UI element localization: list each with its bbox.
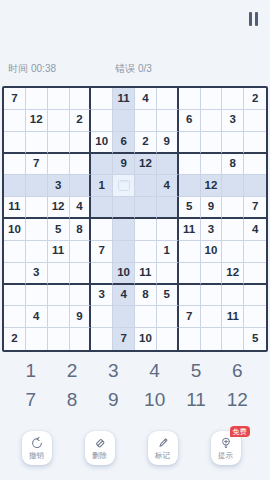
cell-r12c4[interactable]: [70, 328, 92, 350]
cell-r2c1[interactable]: [4, 110, 26, 132]
cell-r9c4[interactable]: [70, 263, 92, 285]
cell-r11c3[interactable]: [48, 306, 70, 328]
cell-r6c6[interactable]: [113, 197, 135, 219]
cell-r9c7[interactable]: 11: [135, 263, 157, 285]
cell-r7c1[interactable]: 10: [4, 219, 26, 241]
cell-r8c3[interactable]: 11: [48, 241, 70, 263]
numpad-2[interactable]: 2: [67, 360, 78, 382]
cell-r7c5[interactable]: [91, 219, 113, 241]
cell-r1c8[interactable]: [157, 88, 179, 110]
cell-r12c1[interactable]: 2: [4, 328, 26, 350]
cell-r3c2[interactable]: [26, 132, 48, 154]
cell-r7c10[interactable]: 3: [201, 219, 223, 241]
numpad-10[interactable]: 10: [144, 389, 165, 411]
cell-r11c7[interactable]: [135, 306, 157, 328]
cell-r11c10[interactable]: [201, 306, 223, 328]
cell-r1c2[interactable]: [26, 88, 48, 110]
cell-r1c5[interactable]: [91, 88, 113, 110]
cell-r7c7[interactable]: [135, 219, 157, 241]
cell-r10c2[interactable]: [26, 285, 48, 307]
cell-r11c2[interactable]: 4: [26, 306, 48, 328]
cell-r8c8[interactable]: 1: [157, 241, 179, 263]
cell-r1c6[interactable]: 11: [113, 88, 135, 110]
cell-r8c2[interactable]: [26, 241, 48, 263]
cell-r6c10[interactable]: 9: [201, 197, 223, 219]
cell-r2c4[interactable]: 2: [70, 110, 92, 132]
cell-r9c5[interactable]: [91, 263, 113, 285]
numpad-3[interactable]: 3: [108, 360, 119, 382]
cell-r3c6[interactable]: 6: [113, 132, 135, 154]
cell-r10c5[interactable]: 3: [91, 285, 113, 307]
cell-r10c4[interactable]: [70, 285, 92, 307]
toolbar-slot-hint: 提示 免费: [194, 431, 257, 465]
cell-r4c12[interactable]: [244, 154, 266, 176]
cell-r10c8[interactable]: 5: [157, 285, 179, 307]
undo-label: 撤销: [29, 451, 44, 461]
cell-r5c12[interactable]: [244, 175, 266, 197]
cell-r3c12[interactable]: [244, 132, 266, 154]
cell-r1c12[interactable]: 2: [244, 88, 266, 110]
cell-r5c2[interactable]: [26, 175, 48, 197]
cell-r7c12[interactable]: 4: [244, 219, 266, 241]
cell-r8c5[interactable]: 7: [91, 241, 113, 263]
cell-r12c8[interactable]: [157, 328, 179, 350]
cell-r9c1[interactable]: [4, 263, 26, 285]
cell-r11c6[interactable]: [113, 306, 135, 328]
pause-icon-bar2: [255, 12, 258, 26]
cell-r6c8[interactable]: [157, 197, 179, 219]
cell-r9c11[interactable]: 12: [222, 263, 244, 285]
cell-r1c7[interactable]: 4: [135, 88, 157, 110]
cell-r4c9[interactable]: [179, 154, 201, 176]
cell-r7c3[interactable]: 5: [48, 219, 70, 241]
numpad-12[interactable]: 12: [227, 389, 248, 411]
cell-r9c6[interactable]: 10: [113, 263, 135, 285]
cell-r3c4[interactable]: [70, 132, 92, 154]
cell-r1c4[interactable]: [70, 88, 92, 110]
cell-r12c5[interactable]: [91, 328, 113, 350]
cell-r7c6[interactable]: [113, 219, 135, 241]
cell-r3c8[interactable]: 9: [157, 132, 179, 154]
cell-r10c1[interactable]: [4, 285, 26, 307]
cell-r12c12[interactable]: 5: [244, 328, 266, 350]
cell-r5c1[interactable]: [4, 175, 26, 197]
numpad-4[interactable]: 4: [149, 360, 160, 382]
sudoku-app: 时间00:38 错误0/3 71142122631062979128314121…: [0, 0, 270, 480]
numpad-row-2: 789101112: [0, 385, 270, 414]
number-pad: 123456789101112: [0, 356, 270, 414]
cell-r7c2[interactable]: [26, 219, 48, 241]
cell-r6c1[interactable]: 11: [4, 197, 26, 219]
cell-r11c1[interactable]: [4, 306, 26, 328]
cell-r5c6[interactable]: [113, 175, 135, 197]
cell-r4c4[interactable]: [70, 154, 92, 176]
cell-r11c4[interactable]: 9: [70, 306, 92, 328]
cell-r3c11[interactable]: [222, 132, 244, 154]
hint-button[interactable]: 提示 免费: [211, 431, 241, 465]
cell-r2c3[interactable]: [48, 110, 70, 132]
lightbulb-icon: [219, 436, 233, 450]
cell-r4c2[interactable]: 7: [26, 154, 48, 176]
mistakes-value: 0/3: [138, 63, 152, 74]
cell-r4c5[interactable]: [91, 154, 113, 176]
cell-r8c11[interactable]: [222, 241, 244, 263]
cell-r2c6[interactable]: [113, 110, 135, 132]
cell-r2c2[interactable]: 12: [26, 110, 48, 132]
cell-r6c7[interactable]: [135, 197, 157, 219]
numpad-7[interactable]: 7: [25, 389, 36, 411]
cell-r3c3[interactable]: [48, 132, 70, 154]
cell-r10c3[interactable]: [48, 285, 70, 307]
cell-r4c11[interactable]: 8: [222, 154, 244, 176]
numpad-9[interactable]: 9: [108, 389, 119, 411]
cell-r1c11[interactable]: [222, 88, 244, 110]
cell-r2c11[interactable]: 3: [222, 110, 244, 132]
toolbar-slot-undo: 撤销: [5, 431, 68, 465]
cell-r7c4[interactable]: 8: [70, 219, 92, 241]
cell-r7c9[interactable]: 11: [179, 219, 201, 241]
time-value: 00:38: [31, 63, 56, 74]
erase-button[interactable]: 删除: [85, 431, 115, 465]
cell-r12c10[interactable]: [201, 328, 223, 350]
cell-r9c10[interactable]: [201, 263, 223, 285]
cell-r2c12[interactable]: [244, 110, 266, 132]
erase-label: 删除: [92, 451, 107, 461]
cell-r8c6[interactable]: [113, 241, 135, 263]
cell-r10c10[interactable]: [201, 285, 223, 307]
cell-r9c8[interactable]: [157, 263, 179, 285]
cell-r5c9[interactable]: [179, 175, 201, 197]
cell-r4c7[interactable]: 12: [135, 154, 157, 176]
pause-button[interactable]: [244, 11, 262, 27]
cell-r2c9[interactable]: 6: [179, 110, 201, 132]
stats-bar: 时间00:38 错误0/3: [0, 62, 270, 74]
cell-r1c9[interactable]: [179, 88, 201, 110]
numpad-8[interactable]: 8: [67, 389, 78, 411]
cell-r12c2[interactable]: [26, 328, 48, 350]
numpad-1[interactable]: 1: [25, 360, 36, 382]
cell-r9c2[interactable]: 3: [26, 263, 48, 285]
pencil-icon: [156, 436, 170, 450]
free-badge: 免费: [230, 426, 250, 437]
cell-r11c8[interactable]: [157, 306, 179, 328]
time-label: 时间: [8, 63, 28, 74]
mistakes-label: 错误: [115, 63, 135, 74]
cell-r4c3[interactable]: [48, 154, 70, 176]
cell-r8c7[interactable]: [135, 241, 157, 263]
cell-r3c1[interactable]: [4, 132, 26, 154]
cell-r3c10[interactable]: [201, 132, 223, 154]
cell-r6c9[interactable]: 5: [179, 197, 201, 219]
cell-r10c11[interactable]: [222, 285, 244, 307]
cell-r5c11[interactable]: [222, 175, 244, 197]
numpad-11[interactable]: 11: [186, 389, 206, 411]
cell-r6c3[interactable]: 12: [48, 197, 70, 219]
cell-r5c4[interactable]: [70, 175, 92, 197]
numpad-row-1: 123456: [0, 356, 270, 385]
cell-r6c4[interactable]: 4: [70, 197, 92, 219]
timer: 时间00:38: [8, 62, 56, 76]
cell-r12c3[interactable]: [48, 328, 70, 350]
ruler-icon: [117, 179, 131, 192]
cell-r5c3[interactable]: 3: [48, 175, 70, 197]
numpad-6[interactable]: 6: [232, 360, 243, 382]
cell-r2c7[interactable]: [135, 110, 157, 132]
cell-r11c9[interactable]: 7: [179, 306, 201, 328]
cell-r9c12[interactable]: [244, 263, 266, 285]
sudoku-board: 7114212263106297912831412111245971058113…: [2, 86, 268, 352]
pause-icon: [249, 12, 252, 26]
cell-r5c8[interactable]: 4: [157, 175, 179, 197]
cell-r3c9[interactable]: [179, 132, 201, 154]
cell-r1c3[interactable]: [48, 88, 70, 110]
mark-button[interactable]: 标记: [148, 431, 178, 465]
hint-label: 提示: [218, 451, 233, 461]
cell-r5c5[interactable]: 1: [91, 175, 113, 197]
cell-r11c11[interactable]: 11: [222, 306, 244, 328]
cell-r12c7[interactable]: 10: [135, 328, 157, 350]
cell-r4c6[interactable]: 9: [113, 154, 135, 176]
cell-r6c5[interactable]: [91, 197, 113, 219]
toolbar: 撤销 删除: [0, 431, 270, 465]
cell-r10c7[interactable]: 8: [135, 285, 157, 307]
cell-r3c7[interactable]: 2: [135, 132, 157, 154]
cell-r8c12[interactable]: [244, 241, 266, 263]
cell-r8c4[interactable]: [70, 241, 92, 263]
cell-r4c1[interactable]: [4, 154, 26, 176]
cell-r9c9[interactable]: [179, 263, 201, 285]
cell-r11c5[interactable]: [91, 306, 113, 328]
cell-r8c9[interactable]: [179, 241, 201, 263]
mistake-counter: 错误0/3: [115, 62, 152, 76]
eraser-icon: [93, 436, 107, 450]
undo-icon: [30, 436, 44, 450]
cell-r2c5[interactable]: [91, 110, 113, 132]
toolbar-slot-mark: 标记: [131, 431, 194, 465]
cell-r5c10[interactable]: 12: [201, 175, 223, 197]
cell-r5c7[interactable]: [135, 175, 157, 197]
cell-r6c2[interactable]: [26, 197, 48, 219]
cell-r10c6[interactable]: 4: [113, 285, 135, 307]
cell-r10c9[interactable]: [179, 285, 201, 307]
cell-r12c6[interactable]: 7: [113, 328, 135, 350]
cell-r6c12[interactable]: 7: [244, 197, 266, 219]
numpad-5[interactable]: 5: [191, 360, 202, 382]
cell-r10c12[interactable]: [244, 285, 266, 307]
toolbar-slot-erase: 删除: [68, 431, 131, 465]
cell-r7c8[interactable]: [157, 219, 179, 241]
cell-r4c10[interactable]: [201, 154, 223, 176]
cell-r9c3[interactable]: [48, 263, 70, 285]
cell-r1c1[interactable]: 7: [4, 88, 26, 110]
cell-r1c10[interactable]: [201, 88, 223, 110]
undo-button[interactable]: 撤销: [22, 431, 52, 465]
cell-r7c11[interactable]: [222, 219, 244, 241]
cell-r2c10[interactable]: [201, 110, 223, 132]
cell-r2c8[interactable]: [157, 110, 179, 132]
cell-r8c1[interactable]: [4, 241, 26, 263]
mark-label: 标记: [155, 451, 170, 461]
cell-r6c11[interactable]: [222, 197, 244, 219]
cell-r4c8[interactable]: [157, 154, 179, 176]
cell-r8c10[interactable]: 10: [201, 241, 223, 263]
cell-r12c11[interactable]: [222, 328, 244, 350]
cell-r12c9[interactable]: [179, 328, 201, 350]
cell-r11c12[interactable]: [244, 306, 266, 328]
cell-r3c5[interactable]: 10: [91, 132, 113, 154]
